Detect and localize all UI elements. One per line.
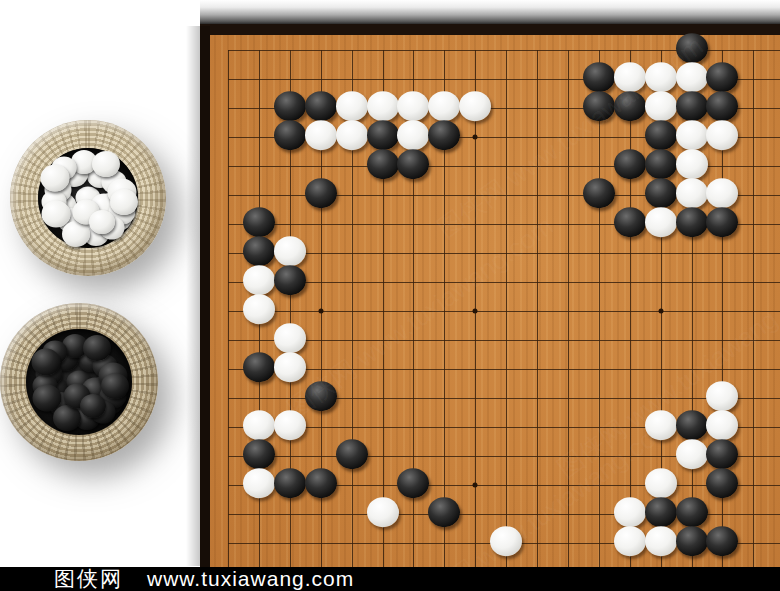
white-stone — [706, 120, 738, 150]
black-pebble — [53, 405, 81, 431]
black-stone — [243, 236, 275, 266]
black-stone — [614, 149, 646, 179]
black-stone — [583, 91, 615, 121]
black-stone — [274, 265, 306, 295]
black-stone — [614, 207, 646, 237]
white-stone — [274, 410, 306, 440]
black-pebble — [80, 394, 106, 418]
white-stone — [645, 410, 677, 440]
black-stone — [706, 207, 738, 237]
board-top-drop-shadow — [200, 0, 780, 24]
grid-vline — [753, 50, 754, 567]
black-stone — [336, 439, 368, 469]
white-stone — [243, 265, 275, 295]
star-point — [658, 309, 663, 314]
black-stone — [676, 526, 708, 556]
white-pebble — [62, 221, 90, 247]
white-stone — [336, 120, 368, 150]
white-stone — [706, 410, 738, 440]
white-stone — [243, 468, 275, 498]
white-stone — [614, 497, 646, 527]
black-stone — [645, 149, 677, 179]
grid-hline — [228, 340, 780, 341]
white-stone — [367, 497, 399, 527]
photo-canvas: 图侠网 www.tuxiawang.com图侠网 www.tuxiawang.c… — [0, 0, 780, 591]
black-stone — [428, 497, 460, 527]
black-stone — [274, 120, 306, 150]
white-stone — [614, 526, 646, 556]
grid-vline — [537, 50, 538, 567]
grid-hline — [228, 311, 780, 312]
white-stone — [428, 91, 460, 121]
grid-vline — [568, 50, 569, 567]
white-stone — [614, 62, 646, 92]
white-stone — [676, 439, 708, 469]
black-stone — [645, 120, 677, 150]
white-stone — [645, 207, 677, 237]
white-stone — [645, 526, 677, 556]
board-left-drop-shadow — [186, 26, 200, 566]
black-stone — [367, 120, 399, 150]
white-pebble — [110, 189, 138, 215]
white-pebble — [41, 165, 70, 192]
black-stone — [706, 468, 738, 498]
black-stone-bowl — [0, 303, 158, 461]
white-pebble — [92, 151, 120, 177]
grid-vline — [506, 50, 507, 567]
black-stone — [676, 497, 708, 527]
black-stone — [305, 381, 337, 411]
white-stone — [676, 62, 708, 92]
black-stone — [305, 468, 337, 498]
black-stone — [614, 91, 646, 121]
black-stone — [645, 497, 677, 527]
black-stone — [645, 178, 677, 208]
black-stone — [676, 410, 708, 440]
white-pebble — [89, 210, 115, 234]
white-stone-bowl — [10, 120, 166, 276]
white-stone — [676, 178, 708, 208]
black-stone — [706, 439, 738, 469]
black-stone — [243, 352, 275, 382]
black-stone — [676, 207, 708, 237]
black-stone — [243, 207, 275, 237]
grid-vline — [599, 50, 600, 567]
white-stone — [305, 120, 337, 150]
white-stone — [676, 149, 708, 179]
black-stone — [676, 91, 708, 121]
watermark-bar: 图侠网 www.tuxiawang.com — [0, 567, 780, 591]
white-stone — [243, 410, 275, 440]
white-stone — [459, 91, 491, 121]
white-stone — [706, 178, 738, 208]
black-stone — [428, 120, 460, 150]
white-stone — [274, 352, 306, 382]
black-stone — [397, 149, 429, 179]
grid-hline — [228, 369, 780, 370]
black-stone — [706, 62, 738, 92]
star-point — [473, 309, 478, 314]
watermark-url: www.tuxiawang.com — [147, 567, 354, 591]
black-stone — [367, 149, 399, 179]
board-left-edge — [200, 26, 210, 567]
white-stone — [645, 62, 677, 92]
grid-vline — [228, 50, 229, 567]
white-stone — [243, 294, 275, 324]
black-pebble — [32, 349, 61, 376]
white-stone — [645, 468, 677, 498]
black-stone — [243, 439, 275, 469]
white-stone — [490, 526, 522, 556]
white-stone — [397, 120, 429, 150]
white-stone — [336, 91, 368, 121]
black-pebble — [83, 335, 111, 361]
black-stone — [676, 33, 708, 63]
go-board: 图侠网 www.tuxiawang.com图侠网 www.tuxiawang.c… — [200, 0, 780, 567]
grid-hline — [228, 282, 780, 283]
star-point — [473, 135, 478, 140]
black-stone — [583, 178, 615, 208]
star-point — [473, 483, 478, 488]
black-stone — [583, 62, 615, 92]
white-stone — [676, 120, 708, 150]
star-point — [318, 309, 323, 314]
black-stone — [305, 178, 337, 208]
white-stone — [706, 381, 738, 411]
black-pebble — [101, 373, 129, 399]
black-stone — [305, 91, 337, 121]
grid-hline — [228, 253, 780, 254]
black-stone — [274, 91, 306, 121]
black-stone — [397, 468, 429, 498]
white-stone — [645, 91, 677, 121]
white-stone — [274, 323, 306, 353]
watermark-site-name: 图侠网 — [54, 565, 123, 591]
grid-vline — [630, 50, 631, 567]
white-stone — [397, 91, 429, 121]
black-stone — [706, 526, 738, 556]
white-stone — [274, 236, 306, 266]
white-stone — [367, 91, 399, 121]
black-stone — [274, 468, 306, 498]
black-stone — [706, 91, 738, 121]
